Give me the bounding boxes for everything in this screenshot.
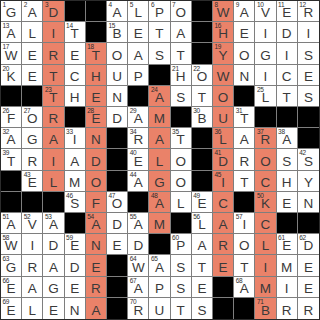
cell-letter: C — [65, 70, 85, 84]
grid-cell[interactable]: N — [298, 192, 319, 213]
shaded-grid-cell[interactable]: 50K — [255, 192, 276, 213]
cell-letter: D — [107, 112, 127, 126]
grid-cell[interactable]: D — [65, 255, 86, 276]
cell-letter: A — [149, 197, 169, 211]
black-cell — [192, 171, 213, 192]
grid-cell[interactable]: 53A — [43, 213, 64, 234]
black-cell — [86, 22, 107, 43]
cell-letter: E — [22, 70, 42, 84]
cell-letter: T — [43, 91, 63, 105]
shaded-grid-cell[interactable]: N — [86, 234, 107, 255]
grid-cell[interactable]: R — [277, 298, 298, 319]
grid-cell[interactable]: M — [277, 255, 298, 276]
cell-letter: T — [277, 91, 297, 105]
cell-letter: O — [171, 176, 191, 190]
cell-letter: T — [86, 49, 106, 63]
cell-letter: P — [149, 282, 169, 296]
grid-cell[interactable]: A — [171, 22, 192, 43]
cell-letter: R — [234, 155, 254, 169]
shaded-grid-cell[interactable]: A — [43, 128, 64, 149]
grid-cell[interactable]: 68A — [234, 277, 255, 298]
grid-cell[interactable]: I — [255, 65, 276, 86]
grid-cell[interactable]: 20K — [1, 65, 22, 86]
shaded-grid-cell[interactable]: 8W — [213, 1, 234, 22]
black-cell — [213, 277, 234, 298]
grid-cell[interactable]: R — [22, 149, 43, 170]
grid-cell[interactable]: R — [298, 298, 319, 319]
cell-letter: N — [107, 91, 127, 105]
cell-letter: G — [255, 49, 275, 63]
cell-letter: D — [107, 218, 127, 232]
cell-letter: P — [128, 70, 148, 84]
cell-letter: R — [43, 112, 63, 126]
shaded-grid-cell[interactable]: A — [149, 128, 170, 149]
black-cell — [1, 192, 22, 213]
grid-cell[interactable]: O — [171, 149, 192, 170]
cell-letter: R — [213, 239, 233, 253]
grid-cell[interactable]: G — [255, 43, 276, 64]
grid-cell[interactable]: 27O — [22, 107, 43, 128]
cell-letter: E — [86, 91, 106, 105]
shaded-grid-cell[interactable]: N — [86, 128, 107, 149]
grid-cell[interactable]: R — [22, 255, 43, 276]
grid-cell[interactable]: O — [171, 171, 192, 192]
grid-cell[interactable]: E — [192, 277, 213, 298]
cell-letter: A — [86, 218, 106, 232]
grid-cell[interactable]: D — [107, 107, 128, 128]
black-cell — [22, 192, 43, 213]
cell-letter: S — [65, 197, 85, 211]
grid-cell[interactable]: 42S — [298, 149, 319, 170]
black-cell — [149, 65, 170, 86]
grid-cell[interactable]: I — [298, 22, 319, 43]
cell-letter: O — [171, 6, 191, 20]
grid-cell[interactable]: P — [128, 65, 149, 86]
shaded-grid-cell[interactable]: I — [43, 22, 64, 43]
shaded-grid-cell[interactable]: M — [149, 107, 170, 128]
shaded-grid-cell[interactable]: 37R — [255, 128, 276, 149]
cell-letter: A — [192, 239, 212, 253]
grid-cell[interactable]: 35T — [171, 128, 192, 149]
grid-cell[interactable]: E — [65, 277, 86, 298]
black-cell — [298, 107, 319, 128]
grid-cell[interactable]: N — [65, 298, 86, 319]
cell-letter: G — [1, 6, 21, 20]
cell-letter: A — [213, 218, 233, 232]
cell-letter: A — [234, 282, 254, 296]
grid-cell[interactable]: 10V — [255, 1, 276, 22]
shaded-grid-cell[interactable]: W — [213, 65, 234, 86]
shaded-grid-cell[interactable]: C — [255, 213, 276, 234]
grid-cell[interactable]: O — [234, 43, 255, 64]
grid-cell[interactable]: 46S — [65, 192, 86, 213]
grid-cell[interactable]: T — [171, 43, 192, 64]
cell-letter: L — [213, 133, 233, 147]
cell-letter: W — [128, 261, 148, 275]
shaded-grid-cell[interactable]: D — [86, 149, 107, 170]
shaded-grid-cell[interactable]: U — [213, 107, 234, 128]
cell-letter: R — [128, 133, 148, 147]
grid-cell[interactable]: 12R — [298, 1, 319, 22]
grid-cell[interactable]: 67A — [128, 277, 149, 298]
cell-letter: H — [171, 70, 191, 84]
grid-cell[interactable]: 34R — [128, 128, 149, 149]
grid-cell[interactable]: 31T — [234, 107, 255, 128]
grid-cell[interactable]: E — [22, 65, 43, 86]
grid-cell[interactable]: 26F — [1, 107, 22, 128]
cell-letter: T — [149, 27, 169, 41]
grid-cell[interactable]: 60P — [171, 234, 192, 255]
cell-letter: H — [213, 27, 233, 41]
grid-cell[interactable]: T — [171, 298, 192, 319]
grid-cell[interactable]: 6P — [149, 1, 170, 22]
shaded-grid-cell[interactable]: C — [213, 192, 234, 213]
grid-cell[interactable]: 17W — [1, 43, 22, 64]
black-cell — [192, 149, 213, 170]
grid-cell[interactable]: 39T — [1, 149, 22, 170]
grid-cell[interactable]: M — [65, 171, 86, 192]
grid-cell[interactable]: E — [22, 43, 43, 64]
cell-letter: A — [128, 112, 148, 126]
grid-cell[interactable]: E — [65, 43, 86, 64]
cell-letter: E — [277, 197, 297, 211]
cell-letter: K — [255, 197, 275, 211]
cell-letter: O — [213, 91, 233, 105]
shaded-grid-cell[interactable]: O — [86, 171, 107, 192]
cell-letter: U — [213, 112, 233, 126]
grid-cell[interactable]: H — [65, 86, 86, 107]
cell-letter: D — [86, 155, 106, 169]
grid-cell[interactable]: A — [234, 128, 255, 149]
cell-letter: E — [277, 239, 297, 253]
grid-cell[interactable]: E — [234, 22, 255, 43]
cell-letter: A — [234, 6, 254, 20]
cell-letter: E — [1, 304, 21, 318]
grid-cell[interactable]: S — [171, 255, 192, 276]
cell-letter: A — [43, 133, 63, 147]
grid-cell[interactable]: 69E — [1, 298, 22, 319]
cell-letter: I — [213, 176, 233, 190]
cell-letter: S — [277, 155, 297, 169]
grid-cell[interactable]: 4A — [107, 1, 128, 22]
shaded-grid-cell[interactable]: M — [255, 277, 276, 298]
cell-letter: I — [277, 49, 297, 63]
grid-cell[interactable]: R — [234, 149, 255, 170]
shaded-grid-cell[interactable]: C — [255, 171, 276, 192]
grid-cell[interactable]: 62D — [298, 234, 319, 255]
cell-letter: R — [43, 49, 63, 63]
grid-cell[interactable]: A — [22, 277, 43, 298]
grid-cell[interactable]: E — [277, 192, 298, 213]
grid-cell[interactable]: S — [298, 86, 319, 107]
grid-cell[interactable]: U — [149, 298, 170, 319]
black-cell — [192, 43, 213, 64]
shaded-grid-cell[interactable]: R — [86, 277, 107, 298]
grid-cell[interactable]: A — [128, 43, 149, 64]
grid-cell[interactable]: E — [107, 234, 128, 255]
black-cell — [234, 86, 255, 107]
black-cell — [107, 277, 128, 298]
cell-letter: T — [192, 261, 212, 275]
grid-cell[interactable]: 5L — [128, 1, 149, 22]
grid-cell[interactable]: 22O — [192, 65, 213, 86]
grid-cell[interactable]: 25L — [255, 86, 276, 107]
grid-cell[interactable]: S — [149, 43, 170, 64]
cell-letter: S — [171, 91, 191, 105]
cell-letter: O — [234, 49, 254, 63]
shaded-grid-cell[interactable]: R — [43, 107, 64, 128]
cell-letter: A — [128, 176, 148, 190]
grid-cell[interactable]: 55A — [128, 213, 149, 234]
shaded-grid-cell[interactable]: 48A — [149, 192, 170, 213]
grid-cell[interactable]: 58W — [1, 234, 22, 255]
cell-letter: H — [65, 91, 85, 105]
shaded-grid-cell[interactable]: 3D — [43, 1, 64, 22]
grid-cell[interactable]: 29A — [128, 107, 149, 128]
shaded-grid-cell[interactable]: 18T — [86, 43, 107, 64]
grid-cell[interactable]: T — [192, 255, 213, 276]
cell-letter: I — [22, 239, 42, 253]
grid-cell[interactable]: E — [128, 22, 149, 43]
cell-letter: T — [65, 27, 85, 41]
grid-cell[interactable]: E — [298, 255, 319, 276]
grid-cell[interactable]: 30B — [192, 107, 213, 128]
grid-cell[interactable]: Y — [298, 171, 319, 192]
cell-letter: N — [86, 133, 106, 147]
cell-letter: R — [298, 6, 319, 20]
grid-cell[interactable]: 65A — [149, 255, 170, 276]
grid-cell[interactable]: 59E — [65, 234, 86, 255]
cell-letter: A — [43, 218, 63, 232]
shaded-grid-cell[interactable]: F — [86, 192, 107, 213]
shaded-grid-cell[interactable]: 24A — [149, 86, 170, 107]
grid-cell[interactable]: S — [192, 298, 213, 319]
grid-cell[interactable]: 49E — [192, 192, 213, 213]
grid-cell[interactable]: 13A — [1, 22, 22, 43]
grid-cell[interactable]: G — [22, 128, 43, 149]
black-cell — [255, 107, 276, 128]
grid-cell[interactable]: I — [277, 277, 298, 298]
shaded-grid-cell[interactable]: L — [255, 234, 276, 255]
shaded-grid-cell[interactable]: O — [255, 149, 276, 170]
black-cell — [192, 128, 213, 149]
grid-cell[interactable]: P — [149, 277, 170, 298]
grid-cell[interactable]: I — [277, 43, 298, 64]
cell-letter: D — [43, 6, 63, 20]
grid-cell[interactable]: 51A — [1, 213, 22, 234]
grid-cell[interactable]: 7O — [171, 1, 192, 22]
black-cell — [171, 213, 192, 234]
grid-cell[interactable]: N — [234, 65, 255, 86]
black-cell — [128, 86, 149, 107]
cell-letter: U — [107, 70, 127, 84]
cell-letter: H — [86, 70, 106, 84]
cell-letter: T — [234, 261, 254, 275]
cell-letter: D — [65, 261, 85, 275]
grid-cell[interactable]: 2A — [22, 1, 43, 22]
grid-cell[interactable]: T — [149, 22, 170, 43]
shaded-grid-cell[interactable]: L — [43, 171, 64, 192]
grid-cell[interactable]: L — [171, 192, 192, 213]
shaded-grid-cell[interactable]: T — [43, 65, 64, 86]
grid-cell[interactable]: L — [22, 298, 43, 319]
shaded-grid-cell[interactable]: A — [213, 213, 234, 234]
grid-cell[interactable]: 57I — [234, 213, 255, 234]
cell-letter: L — [171, 197, 191, 211]
grid-cell[interactable]: 11E — [277, 1, 298, 22]
cell-letter: E — [65, 239, 85, 253]
cell-letter: E — [213, 261, 233, 275]
shaded-grid-cell[interactable]: M — [149, 213, 170, 234]
grid-cell[interactable]: 38A — [277, 128, 298, 149]
cell-letter: A — [277, 133, 297, 147]
grid-cell[interactable]: T — [277, 86, 298, 107]
grid-cell[interactable]: E — [298, 65, 319, 86]
shaded-grid-cell[interactable]: 28E — [86, 107, 107, 128]
grid-cell[interactable]: N — [107, 86, 128, 107]
cell-letter: M — [65, 176, 85, 190]
grid-cell[interactable]: 63G — [1, 255, 22, 276]
cell-letter: K — [1, 70, 21, 84]
grid-cell[interactable]: 47O — [107, 192, 128, 213]
grid-cell[interactable]: C — [277, 65, 298, 86]
shaded-grid-cell[interactable]: O — [213, 86, 234, 107]
shaded-grid-cell[interactable]: 36L — [213, 128, 234, 149]
shaded-grid-cell[interactable]: 19Y — [213, 43, 234, 64]
cell-letter: M — [149, 112, 169, 126]
grid-cell[interactable]: L — [22, 22, 43, 43]
cell-letter: U — [149, 304, 169, 318]
black-cell — [128, 192, 149, 213]
cell-letter: E — [192, 282, 212, 296]
cell-letter: T — [43, 70, 63, 84]
grid-cell[interactable]: 66E — [1, 277, 22, 298]
grid-cell[interactable]: T — [192, 86, 213, 107]
cell-letter: O — [234, 239, 254, 253]
grid-cell[interactable]: 43E — [22, 171, 43, 192]
shaded-grid-cell[interactable]: 16H — [213, 22, 234, 43]
cell-letter: L — [128, 6, 148, 20]
cell-letter: E — [298, 261, 319, 275]
grid-cell[interactable]: T — [234, 171, 255, 192]
grid-cell[interactable]: 9A — [234, 1, 255, 22]
shaded-grid-cell[interactable]: I — [255, 255, 276, 276]
cell-letter: A — [22, 282, 42, 296]
grid-cell[interactable]: D — [277, 22, 298, 43]
shaded-grid-cell[interactable]: 45I — [213, 171, 234, 192]
shaded-grid-cell[interactable]: 54A — [86, 213, 107, 234]
cell-letter: O — [22, 112, 42, 126]
shaded-grid-cell[interactable]: A — [86, 298, 107, 319]
grid-cell[interactable]: H — [277, 171, 298, 192]
shaded-grid-cell[interactable]: 71B — [255, 298, 276, 319]
shaded-grid-cell[interactable]: 23T — [43, 86, 64, 107]
shaded-grid-cell[interactable]: R — [43, 43, 64, 64]
grid-cell[interactable]: 64W — [128, 255, 149, 276]
grid-cell[interactable]: U — [107, 65, 128, 86]
grid-cell[interactable]: E — [43, 298, 64, 319]
shaded-grid-cell[interactable]: E — [213, 255, 234, 276]
grid-cell[interactable]: 52V — [22, 213, 43, 234]
cell-letter: E — [298, 70, 319, 84]
shaded-grid-cell[interactable]: 41D — [213, 149, 234, 170]
grid-cell[interactable]: T — [234, 255, 255, 276]
black-cell — [298, 213, 319, 234]
grid-cell[interactable]: I — [255, 22, 276, 43]
cell-letter: E — [22, 176, 42, 190]
cell-letter: E — [86, 112, 106, 126]
shaded-grid-cell[interactable]: R — [213, 234, 234, 255]
grid-cell[interactable]: E — [298, 277, 319, 298]
grid-cell[interactable]: A — [43, 255, 64, 276]
cell-letter: S — [192, 304, 212, 318]
cell-letter: A — [128, 49, 148, 63]
grid-cell[interactable]: 40E — [128, 149, 149, 170]
grid-cell[interactable]: 44A — [128, 171, 149, 192]
grid-cell[interactable]: O — [107, 43, 128, 64]
cell-letter: Y — [298, 176, 319, 190]
grid-cell[interactable]: 56L — [192, 213, 213, 234]
crossword-grid: 1G2A3D4A5L6P7O8W9A10V11E12R13ALI14T15BET… — [0, 0, 320, 320]
shaded-grid-cell[interactable]: H — [86, 65, 107, 86]
cell-letter: O — [107, 49, 127, 63]
shaded-grid-cell[interactable]: I — [43, 149, 64, 170]
cell-letter: A — [1, 218, 21, 232]
cell-letter: D — [128, 239, 148, 253]
grid-cell[interactable]: 15B — [107, 22, 128, 43]
cell-letter: G — [149, 176, 169, 190]
grid-cell[interactable]: A — [65, 149, 86, 170]
cell-letter: R — [22, 155, 42, 169]
shaded-grid-cell[interactable]: L — [149, 149, 170, 170]
black-cell — [277, 213, 298, 234]
cell-letter: A — [149, 261, 169, 275]
grid-cell[interactable]: D — [43, 234, 64, 255]
grid-cell[interactable]: 61E — [277, 234, 298, 255]
cell-letter: W — [1, 49, 21, 63]
cell-letter: C — [213, 197, 233, 211]
black-cell — [234, 192, 255, 213]
grid-cell[interactable]: S — [171, 277, 192, 298]
grid-cell[interactable]: 14T — [65, 22, 86, 43]
grid-cell[interactable]: D — [107, 213, 128, 234]
grid-cell[interactable]: S — [171, 86, 192, 107]
grid-cell[interactable]: C — [65, 65, 86, 86]
grid-cell[interactable]: G — [43, 277, 64, 298]
black-cell — [43, 192, 64, 213]
grid-cell[interactable]: O — [234, 234, 255, 255]
black-cell — [65, 213, 86, 234]
cell-letter: W — [213, 6, 233, 20]
grid-cell[interactable]: D — [128, 234, 149, 255]
grid-cell[interactable]: 1G — [1, 1, 22, 22]
grid-cell[interactable]: 21H — [171, 65, 192, 86]
grid-cell[interactable]: 70R — [128, 298, 149, 319]
grid-cell[interactable]: 32A — [1, 128, 22, 149]
grid-cell[interactable]: A — [192, 234, 213, 255]
cell-letter: L — [43, 176, 63, 190]
shaded-grid-cell[interactable]: E — [86, 86, 107, 107]
grid-cell[interactable]: 33I — [65, 128, 86, 149]
cell-letter: C — [255, 176, 275, 190]
black-cell — [171, 107, 192, 128]
grid-cell[interactable]: I — [22, 234, 43, 255]
black-cell — [277, 107, 298, 128]
grid-cell[interactable]: S — [277, 149, 298, 170]
shaded-grid-cell[interactable]: E — [86, 255, 107, 276]
grid-cell[interactable]: S — [298, 43, 319, 64]
shaded-grid-cell[interactable]: G — [149, 171, 170, 192]
